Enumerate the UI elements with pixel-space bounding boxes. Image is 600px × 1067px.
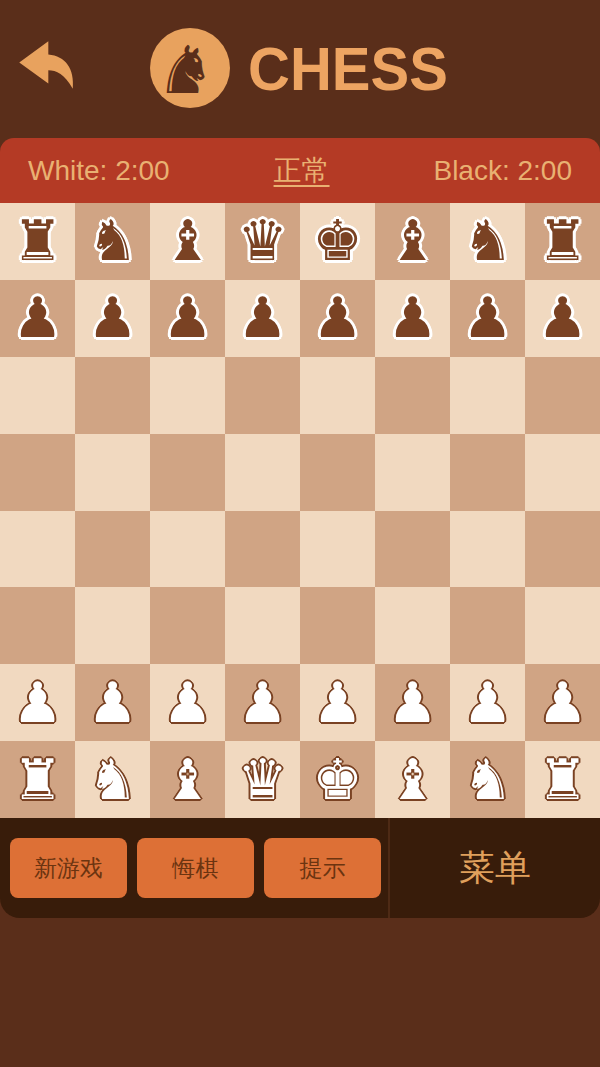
square-f3[interactable] [375, 587, 450, 664]
white-clock: White: 2:00 [28, 155, 170, 187]
square-b7[interactable]: ♟ [75, 280, 150, 357]
brown-rook: ♜ [12, 213, 62, 269]
white-pawn: ♟ [12, 675, 62, 731]
square-a2[interactable]: ♟ [0, 664, 75, 741]
square-c7[interactable]: ♟ [150, 280, 225, 357]
square-g1[interactable]: ♞ [450, 741, 525, 818]
square-h5[interactable] [525, 434, 600, 511]
brown-knight: ♞ [87, 213, 137, 269]
square-g2[interactable]: ♟ [450, 664, 525, 741]
brown-pawn: ♟ [87, 290, 137, 346]
brown-pawn: ♟ [162, 290, 212, 346]
white-bishop: ♝ [387, 752, 437, 808]
square-d4[interactable] [225, 511, 300, 588]
square-e6[interactable] [300, 357, 375, 434]
app-header: ♞ CHESS [0, 0, 600, 138]
square-e1[interactable]: ♚ [300, 741, 375, 818]
square-c2[interactable]: ♟ [150, 664, 225, 741]
square-g7[interactable]: ♟ [450, 280, 525, 357]
square-e5[interactable] [300, 434, 375, 511]
square-f2[interactable]: ♟ [375, 664, 450, 741]
white-pawn: ♟ [462, 675, 512, 731]
brown-pawn: ♟ [387, 290, 437, 346]
white-knight: ♞ [87, 752, 137, 808]
black-clock: Black: 2:00 [433, 155, 572, 187]
brown-queen: ♛ [237, 213, 287, 269]
square-a8[interactable]: ♜ [0, 203, 75, 280]
square-b5[interactable] [75, 434, 150, 511]
square-e3[interactable] [300, 587, 375, 664]
app-logo: ♞ [150, 28, 230, 108]
white-pawn: ♟ [162, 675, 212, 731]
square-a5[interactable] [0, 434, 75, 511]
brown-bishop: ♝ [387, 213, 437, 269]
brown-pawn: ♟ [237, 290, 287, 346]
square-a4[interactable] [0, 511, 75, 588]
menu-label: 菜单 [459, 844, 531, 893]
square-d8[interactable]: ♛ [225, 203, 300, 280]
square-f1[interactable]: ♝ [375, 741, 450, 818]
square-b8[interactable]: ♞ [75, 203, 150, 280]
white-rook: ♜ [537, 752, 587, 808]
square-a3[interactable] [0, 587, 75, 664]
brown-bishop: ♝ [162, 213, 212, 269]
back-icon [14, 36, 80, 102]
square-c3[interactable] [150, 587, 225, 664]
square-d7[interactable]: ♟ [225, 280, 300, 357]
square-h3[interactable] [525, 587, 600, 664]
square-b4[interactable] [75, 511, 150, 588]
square-a1[interactable]: ♜ [0, 741, 75, 818]
square-c4[interactable] [150, 511, 225, 588]
brown-pawn: ♟ [12, 290, 62, 346]
toolbar-buttons: 新游戏 悔棋 提示 [0, 818, 390, 918]
white-pawn: ♟ [537, 675, 587, 731]
new-game-button[interactable]: 新游戏 [10, 838, 127, 898]
square-f7[interactable]: ♟ [375, 280, 450, 357]
square-h8[interactable]: ♜ [525, 203, 600, 280]
brown-knight: ♞ [462, 213, 512, 269]
square-f4[interactable] [375, 511, 450, 588]
square-g3[interactable] [450, 587, 525, 664]
square-f6[interactable] [375, 357, 450, 434]
square-d3[interactable] [225, 587, 300, 664]
square-c6[interactable] [150, 357, 225, 434]
white-pawn: ♟ [387, 675, 437, 731]
square-e2[interactable]: ♟ [300, 664, 375, 741]
white-king: ♚ [312, 752, 362, 808]
back-button[interactable] [14, 36, 80, 102]
square-e7[interactable]: ♟ [300, 280, 375, 357]
square-g5[interactable] [450, 434, 525, 511]
white-pawn: ♟ [312, 675, 362, 731]
square-h2[interactable]: ♟ [525, 664, 600, 741]
square-e8[interactable]: ♚ [300, 203, 375, 280]
square-h7[interactable]: ♟ [525, 280, 600, 357]
square-h4[interactable] [525, 511, 600, 588]
white-rook: ♜ [12, 752, 62, 808]
mode-link[interactable]: 正常 [274, 152, 330, 190]
white-queen: ♛ [237, 752, 287, 808]
white-pawn: ♟ [237, 675, 287, 731]
page-title: CHESS [248, 34, 448, 103]
menu-button[interactable]: 菜单 [390, 818, 600, 918]
square-c1[interactable]: ♝ [150, 741, 225, 818]
square-g8[interactable]: ♞ [450, 203, 525, 280]
brown-pawn: ♟ [312, 290, 362, 346]
square-f8[interactable]: ♝ [375, 203, 450, 280]
square-a6[interactable] [0, 357, 75, 434]
bottom-toolbar: 新游戏 悔棋 提示 菜单 [0, 818, 600, 918]
square-d2[interactable]: ♟ [225, 664, 300, 741]
clock-bar: White: 2:00 正常 Black: 2:00 [0, 138, 600, 203]
square-g6[interactable] [450, 357, 525, 434]
white-bishop: ♝ [162, 752, 212, 808]
square-e4[interactable] [300, 511, 375, 588]
brown-rook: ♜ [537, 213, 587, 269]
square-b2[interactable]: ♟ [75, 664, 150, 741]
square-g4[interactable] [450, 511, 525, 588]
chess-board: ♜♞♝♛♚♝♞♜♟♟♟♟♟♟♟♟♟♟♟♟♟♟♟♟♜♞♝♛♚♝♞♜ [0, 203, 600, 818]
square-f5[interactable] [375, 434, 450, 511]
brown-pawn: ♟ [462, 290, 512, 346]
square-d1[interactable]: ♛ [225, 741, 300, 818]
knight-head-icon: ♞ [156, 38, 215, 104]
square-d6[interactable] [225, 357, 300, 434]
square-a7[interactable]: ♟ [0, 280, 75, 357]
square-b1[interactable]: ♞ [75, 741, 150, 818]
square-h1[interactable]: ♜ [525, 741, 600, 818]
white-knight: ♞ [462, 752, 512, 808]
brown-king: ♚ [312, 213, 362, 269]
square-b3[interactable] [75, 587, 150, 664]
square-h6[interactable] [525, 357, 600, 434]
hint-button[interactable]: 提示 [264, 838, 381, 898]
square-b6[interactable] [75, 357, 150, 434]
square-c5[interactable] [150, 434, 225, 511]
square-c8[interactable]: ♝ [150, 203, 225, 280]
undo-move-button[interactable]: 悔棋 [137, 838, 254, 898]
square-d5[interactable] [225, 434, 300, 511]
brown-pawn: ♟ [537, 290, 587, 346]
white-pawn: ♟ [87, 675, 137, 731]
